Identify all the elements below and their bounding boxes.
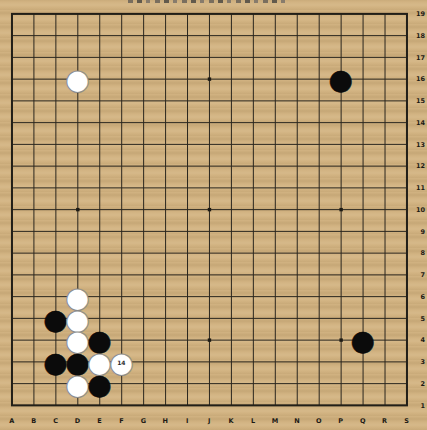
white-stone-glyph: ● [65, 370, 89, 398]
black-stone-glyph: ● [87, 370, 111, 398]
row-label-12: 12 [408, 155, 426, 177]
col-label-n: N [286, 416, 308, 426]
row-label-18: 18 [408, 25, 426, 47]
row-label-9: 9 [408, 221, 426, 243]
row-label-19: 19 [408, 3, 426, 25]
stone-black-c5: ● [45, 308, 67, 330]
col-label-i: I [176, 416, 198, 426]
col-label-b: B [23, 416, 45, 426]
row-label-16: 16 [408, 68, 426, 90]
col-label-l: L [242, 416, 264, 426]
row-coordinate-labels: 19181716151413121110987654321 [408, 3, 426, 416]
row-label-7: 7 [408, 264, 426, 286]
col-label-h: H [154, 416, 176, 426]
row-label-3: 3 [408, 351, 426, 373]
black-stone-glyph: ● [43, 305, 67, 333]
row-label-4: 4 [408, 329, 426, 351]
col-label-j: J [198, 416, 220, 426]
go-board[interactable]: ●●●●●●●●●●●14●●● [1, 3, 418, 416]
column-coordinate-labels: ABCDEFGHIJKLMNOPQRS [1, 416, 418, 426]
stone-white-d2: ● [67, 373, 89, 395]
move-number-label: 14 [110, 352, 132, 374]
col-label-e: E [88, 416, 110, 426]
col-label-p: P [330, 416, 352, 426]
col-label-g: G [132, 416, 154, 426]
row-label-13: 13 [408, 134, 426, 156]
stone-white-f3: ●14 [110, 351, 132, 373]
go-board-app: { "game": "go", "board": { "size": 19, "… [0, 0, 427, 430]
col-label-m: M [264, 416, 286, 426]
stone-black-e2: ● [88, 373, 110, 395]
col-label-q: Q [352, 416, 374, 426]
row-label-11: 11 [408, 177, 426, 199]
row-label-1: 1 [408, 395, 426, 417]
col-label-f: F [110, 416, 132, 426]
col-label-o: O [308, 416, 330, 426]
white-stone-glyph: ● [65, 66, 89, 94]
row-label-10: 10 [408, 199, 426, 221]
row-label-17: 17 [408, 47, 426, 69]
row-label-2: 2 [408, 373, 426, 395]
col-label-r: R [374, 416, 396, 426]
col-label-c: C [45, 416, 67, 426]
row-label-8: 8 [408, 242, 426, 264]
black-stone-glyph: ● [350, 327, 374, 355]
row-label-15: 15 [408, 90, 426, 112]
col-label-s: S [396, 416, 418, 426]
col-label-k: K [220, 416, 242, 426]
col-label-a: A [1, 416, 23, 426]
black-stone-glyph: ● [329, 66, 353, 94]
row-label-5: 5 [408, 308, 426, 330]
stones-layer: ●●●●●●●●●●●14●●● [1, 3, 418, 416]
stone-black-p16: ● [330, 68, 352, 90]
stone-white-d16: ● [67, 68, 89, 90]
stone-black-c3: ● [45, 351, 67, 373]
stone-black-q4: ● [352, 329, 374, 351]
black-stone-glyph: ● [43, 349, 67, 377]
row-label-14: 14 [408, 112, 426, 134]
row-label-6: 6 [408, 286, 426, 308]
col-label-d: D [67, 416, 89, 426]
